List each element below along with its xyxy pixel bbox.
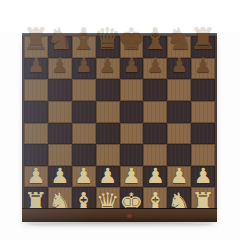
square-a8[interactable]: ♜ xyxy=(24,36,48,58)
square-f7[interactable]: ♟ xyxy=(143,58,167,80)
square-e6[interactable] xyxy=(120,79,144,101)
square-b6[interactable] xyxy=(48,79,72,101)
white-pawn-b2: ♟ xyxy=(48,166,72,188)
photo-scene: ♜♞♝♛♚♝♞♜♟♟♟♟♟♟♟♟♟♟♟♟♟♟♟♟♜♞♝♛♚♝♞♜ xyxy=(0,0,240,240)
square-f4[interactable] xyxy=(143,123,167,145)
square-b1[interactable]: ♞ xyxy=(48,187,72,209)
square-h8[interactable]: ♜ xyxy=(191,36,215,58)
square-e7[interactable]: ♟ xyxy=(120,58,144,80)
chess-board: ♜♞♝♛♚♝♞♜♟♟♟♟♟♟♟♟♟♟♟♟♟♟♟♟♜♞♝♛♚♝♞♜ xyxy=(22,33,217,222)
board-squares: ♜♞♝♛♚♝♞♜♟♟♟♟♟♟♟♟♟♟♟♟♟♟♟♟♜♞♝♛♚♝♞♜ xyxy=(24,36,215,209)
square-c2[interactable]: ♟ xyxy=(72,166,96,188)
square-h2[interactable]: ♟ xyxy=(191,166,215,188)
white-pawn-g2: ♟ xyxy=(167,166,191,188)
black-bishop-f8: ♝ xyxy=(143,36,167,58)
square-g7[interactable]: ♟ xyxy=(167,58,191,80)
black-pawn-f7: ♟ xyxy=(143,58,167,80)
square-c6[interactable] xyxy=(72,79,96,101)
black-rook-a8: ♜ xyxy=(24,36,48,58)
white-queen-d1: ♛ xyxy=(96,187,120,209)
black-knight-g8: ♞ xyxy=(167,36,191,58)
square-e5[interactable] xyxy=(120,101,144,123)
square-h4[interactable] xyxy=(191,123,215,145)
square-c7[interactable]: ♟ xyxy=(72,58,96,80)
square-d7[interactable]: ♟ xyxy=(96,58,120,80)
board-clasp xyxy=(127,214,132,218)
square-d1[interactable]: ♛ xyxy=(96,187,120,209)
black-pawn-b7: ♟ xyxy=(48,58,72,80)
square-b7[interactable]: ♟ xyxy=(48,58,72,80)
square-c8[interactable]: ♝ xyxy=(72,36,96,58)
black-pawn-c7: ♟ xyxy=(72,58,96,80)
square-h3[interactable] xyxy=(191,144,215,166)
square-g5[interactable] xyxy=(167,101,191,123)
square-e3[interactable] xyxy=(120,144,144,166)
square-f1[interactable]: ♝ xyxy=(143,187,167,209)
black-pawn-h7: ♟ xyxy=(191,58,215,80)
square-d2[interactable]: ♟ xyxy=(96,166,120,188)
square-c1[interactable]: ♝ xyxy=(72,187,96,209)
square-a2[interactable]: ♟ xyxy=(24,166,48,188)
white-pawn-h2: ♟ xyxy=(191,166,215,188)
square-a1[interactable]: ♜ xyxy=(24,187,48,209)
white-king-e1: ♚ xyxy=(120,187,144,209)
square-d4[interactable] xyxy=(96,123,120,145)
white-rook-h1: ♜ xyxy=(191,187,215,209)
square-d3[interactable] xyxy=(96,144,120,166)
white-pawn-a2: ♟ xyxy=(24,166,48,188)
square-a4[interactable] xyxy=(24,123,48,145)
square-d5[interactable] xyxy=(96,101,120,123)
square-d8[interactable]: ♛ xyxy=(96,36,120,58)
square-b4[interactable] xyxy=(48,123,72,145)
white-pawn-c2: ♟ xyxy=(72,166,96,188)
square-a6[interactable] xyxy=(24,79,48,101)
square-g4[interactable] xyxy=(167,123,191,145)
square-h7[interactable]: ♟ xyxy=(191,58,215,80)
white-knight-b1: ♞ xyxy=(48,187,72,209)
white-knight-g1: ♞ xyxy=(167,187,191,209)
square-b2[interactable]: ♟ xyxy=(48,166,72,188)
black-king-e8: ♚ xyxy=(120,36,144,58)
black-knight-b8: ♞ xyxy=(48,36,72,58)
white-rook-a1: ♜ xyxy=(24,187,48,209)
square-f5[interactable] xyxy=(143,101,167,123)
black-queen-d8: ♛ xyxy=(96,36,120,58)
overexposure-overlay xyxy=(0,0,240,33)
square-f2[interactable]: ♟ xyxy=(143,166,167,188)
square-e2[interactable]: ♟ xyxy=(120,166,144,188)
square-b8[interactable]: ♞ xyxy=(48,36,72,58)
square-c4[interactable] xyxy=(72,123,96,145)
square-f8[interactable]: ♝ xyxy=(143,36,167,58)
black-pawn-g7: ♟ xyxy=(167,58,191,80)
square-c5[interactable] xyxy=(72,101,96,123)
square-f3[interactable] xyxy=(143,144,167,166)
square-g2[interactable]: ♟ xyxy=(167,166,191,188)
square-d6[interactable] xyxy=(96,79,120,101)
square-b3[interactable] xyxy=(48,144,72,166)
square-h6[interactable] xyxy=(191,79,215,101)
square-g6[interactable] xyxy=(167,79,191,101)
square-a5[interactable] xyxy=(24,101,48,123)
black-rook-h8: ♜ xyxy=(191,36,215,58)
square-f6[interactable] xyxy=(143,79,167,101)
square-c3[interactable] xyxy=(72,144,96,166)
square-e8[interactable]: ♚ xyxy=(120,36,144,58)
square-g1[interactable]: ♞ xyxy=(167,187,191,209)
square-e4[interactable] xyxy=(120,123,144,145)
white-pawn-e2: ♟ xyxy=(120,166,144,188)
square-g8[interactable]: ♞ xyxy=(167,36,191,58)
white-pawn-d2: ♟ xyxy=(96,166,120,188)
board-shadow xyxy=(30,222,210,228)
black-pawn-a7: ♟ xyxy=(24,58,48,80)
square-e1[interactable]: ♚ xyxy=(120,187,144,209)
white-pawn-f2: ♟ xyxy=(143,166,167,188)
square-b5[interactable] xyxy=(48,101,72,123)
square-a3[interactable] xyxy=(24,144,48,166)
square-h1[interactable]: ♜ xyxy=(191,187,215,209)
white-bishop-f1: ♝ xyxy=(143,187,167,209)
square-g3[interactable] xyxy=(167,144,191,166)
board-front-edge xyxy=(22,208,217,222)
white-bishop-c1: ♝ xyxy=(72,187,96,209)
black-pawn-e7: ♟ xyxy=(120,58,144,80)
square-a7[interactable]: ♟ xyxy=(24,58,48,80)
black-bishop-c8: ♝ xyxy=(72,36,96,58)
black-pawn-d7: ♟ xyxy=(96,58,120,80)
square-h5[interactable] xyxy=(191,101,215,123)
